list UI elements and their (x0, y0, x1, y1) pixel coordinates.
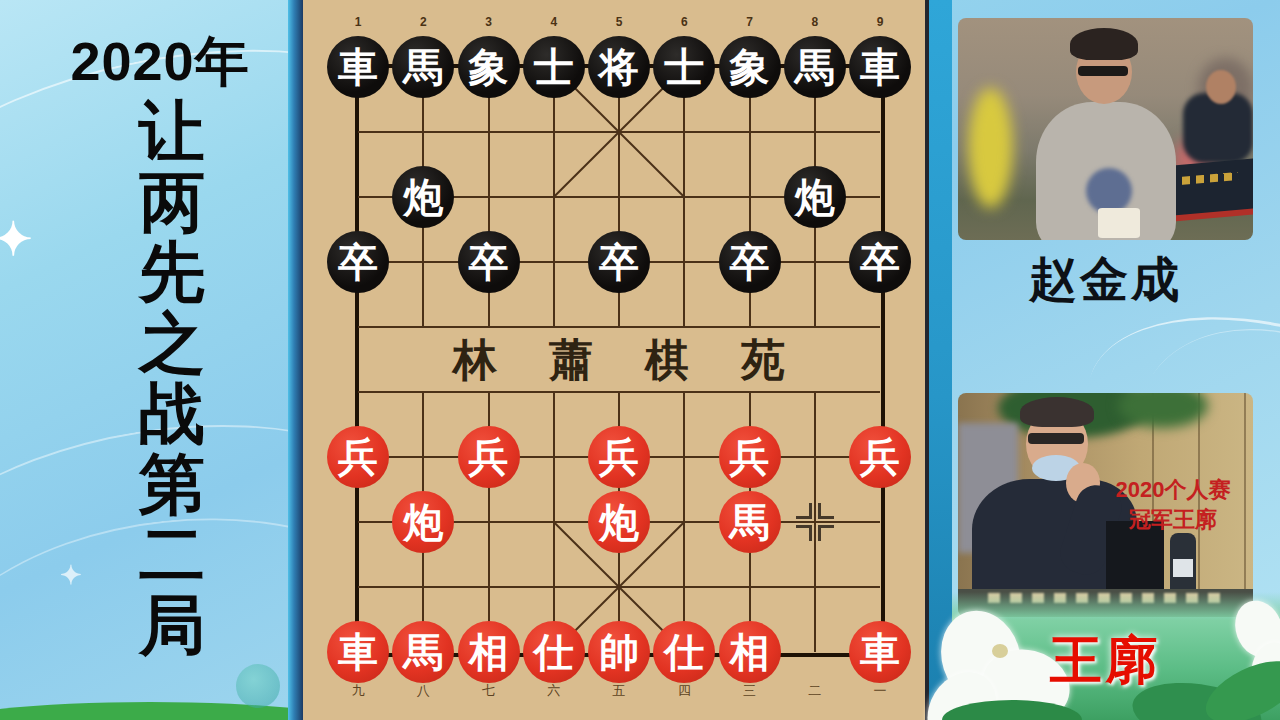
file-label-top: 8 (802, 15, 828, 29)
file-label-bottom: 一 (867, 682, 893, 700)
move-origin-marker (796, 503, 834, 541)
piece-red-cannon: 炮 (392, 491, 454, 553)
file-label-bottom: 四 (671, 682, 697, 700)
file-label-bottom: 九 (345, 682, 371, 700)
file-label-bottom: 三 (737, 682, 763, 700)
piece-red-elephant: 相 (719, 621, 781, 683)
event-title-char: 局 (128, 590, 216, 661)
piece-red-advisor: 仕 (523, 621, 585, 683)
player-photo-top (958, 18, 1253, 240)
piece-red-elephant: 相 (458, 621, 520, 683)
file-line-upper (683, 67, 685, 327)
file-label-bottom: 八 (410, 682, 436, 700)
piece-black-rook: 車 (327, 36, 389, 98)
piece-red-soldier: 兵 (588, 426, 650, 488)
file-label-top: 6 (671, 15, 697, 29)
piece-black-cannon: 炮 (392, 166, 454, 228)
marker-corner (818, 503, 834, 519)
file-label-bottom: 五 (606, 682, 632, 700)
file-label-bottom: 二 (802, 682, 828, 700)
opponent-head (1206, 70, 1236, 104)
paper-notes (1098, 208, 1140, 238)
piece-red-soldier: 兵 (849, 426, 911, 488)
photo-caption-line1: 2020个人赛 (1097, 475, 1249, 505)
file-label-bottom: 六 (541, 682, 567, 700)
file-label-top: 4 (541, 15, 567, 29)
marker-corner (796, 503, 812, 519)
piece-red-cannon: 炮 (588, 491, 650, 553)
piece-black-cannon: 炮 (784, 166, 846, 228)
piece-red-soldier: 兵 (458, 426, 520, 488)
piece-red-soldier: 兵 (327, 426, 389, 488)
piece-black-advisor: 士 (523, 36, 585, 98)
piece-black-elephant: 象 (719, 36, 781, 98)
sparkle-cross: ✦ (60, 560, 82, 591)
event-title-char: 让 (128, 96, 216, 167)
piece-black-general: 将 (588, 36, 650, 98)
bubble-decoration (236, 664, 280, 708)
piece-red-rook: 車 (327, 621, 389, 683)
file-label-bottom: 七 (476, 682, 502, 700)
board-left-edge (288, 0, 303, 720)
crowd-blur (968, 88, 1013, 208)
event-title-char: 先 (128, 237, 216, 308)
xiangqi-board: 林蕭棋苑 123456789九八七六五四三二一車馬象士将士象馬車炮炮卒卒卒卒卒兵… (303, 0, 929, 720)
player-glasses (1078, 66, 1128, 76)
piece-black-horse: 馬 (784, 36, 846, 98)
piece-black-soldier: 卒 (588, 231, 650, 293)
event-title-char: 两 (128, 167, 216, 238)
file-label-top: 9 (867, 15, 893, 29)
file-label-top: 1 (345, 15, 371, 29)
piece-black-soldier: 卒 (327, 231, 389, 293)
bottle-label (1173, 559, 1193, 577)
player-name-bottom: 王廓 (958, 626, 1253, 696)
file-line-lower (553, 392, 555, 652)
piece-black-horse: 馬 (392, 36, 454, 98)
piece-red-horse: 馬 (719, 491, 781, 553)
event-title-char: 第 (128, 449, 216, 520)
player-hair (1070, 28, 1138, 60)
event-title-char: 之 (128, 308, 216, 379)
event-title-year: 2020年 (40, 26, 280, 99)
river-watermark-char: 苑 (741, 331, 785, 390)
photo-caption-line2: 冠军王廓 (1097, 505, 1249, 535)
player-photo-bottom: 2020个人赛 冠军王廓 (958, 393, 1253, 617)
sparkle-cross: ✦ (0, 212, 33, 266)
piece-red-advisor: 仕 (653, 621, 715, 683)
file-line-upper (553, 67, 555, 327)
piece-red-soldier: 兵 (719, 426, 781, 488)
river-watermark-char: 棋 (645, 331, 689, 390)
river-watermark-char: 蕭 (549, 331, 593, 390)
marker-corner (818, 525, 834, 541)
player-glasses (1028, 433, 1084, 444)
piece-black-soldier: 卒 (458, 231, 520, 293)
piece-black-soldier: 卒 (719, 231, 781, 293)
file-label-top: 2 (410, 15, 436, 29)
piece-red-horse: 馬 (392, 621, 454, 683)
player-name-top: 赵金成 (958, 248, 1253, 312)
piece-red-general: 帥 (588, 621, 650, 683)
file-label-top: 7 (737, 15, 763, 29)
photo-caption: 2020个人赛 冠军王廓 (1097, 475, 1249, 535)
piece-red-rook: 車 (849, 621, 911, 683)
event-title-char: 战 (128, 378, 216, 449)
file-label-top: 3 (476, 15, 502, 29)
file-label-top: 5 (606, 15, 632, 29)
piece-black-advisor: 士 (653, 36, 715, 98)
river-watermark-char: 林 (453, 331, 497, 390)
board-grid: 林蕭棋苑 123456789九八七六五四三二一車馬象士将士象馬車炮炮卒卒卒卒卒兵… (358, 67, 880, 652)
marker-corner (796, 525, 812, 541)
piece-black-soldier: 卒 (849, 231, 911, 293)
river-watermark: 林蕭棋苑 (358, 329, 880, 391)
event-title-vertical: 让两先之战第二局 (128, 96, 216, 660)
player-hair (1020, 397, 1094, 427)
event-title-char: 二 (128, 519, 216, 590)
file-line-lower (683, 392, 685, 652)
piece-black-elephant: 象 (458, 36, 520, 98)
piece-black-rook: 車 (849, 36, 911, 98)
board-right-strip (929, 0, 952, 720)
